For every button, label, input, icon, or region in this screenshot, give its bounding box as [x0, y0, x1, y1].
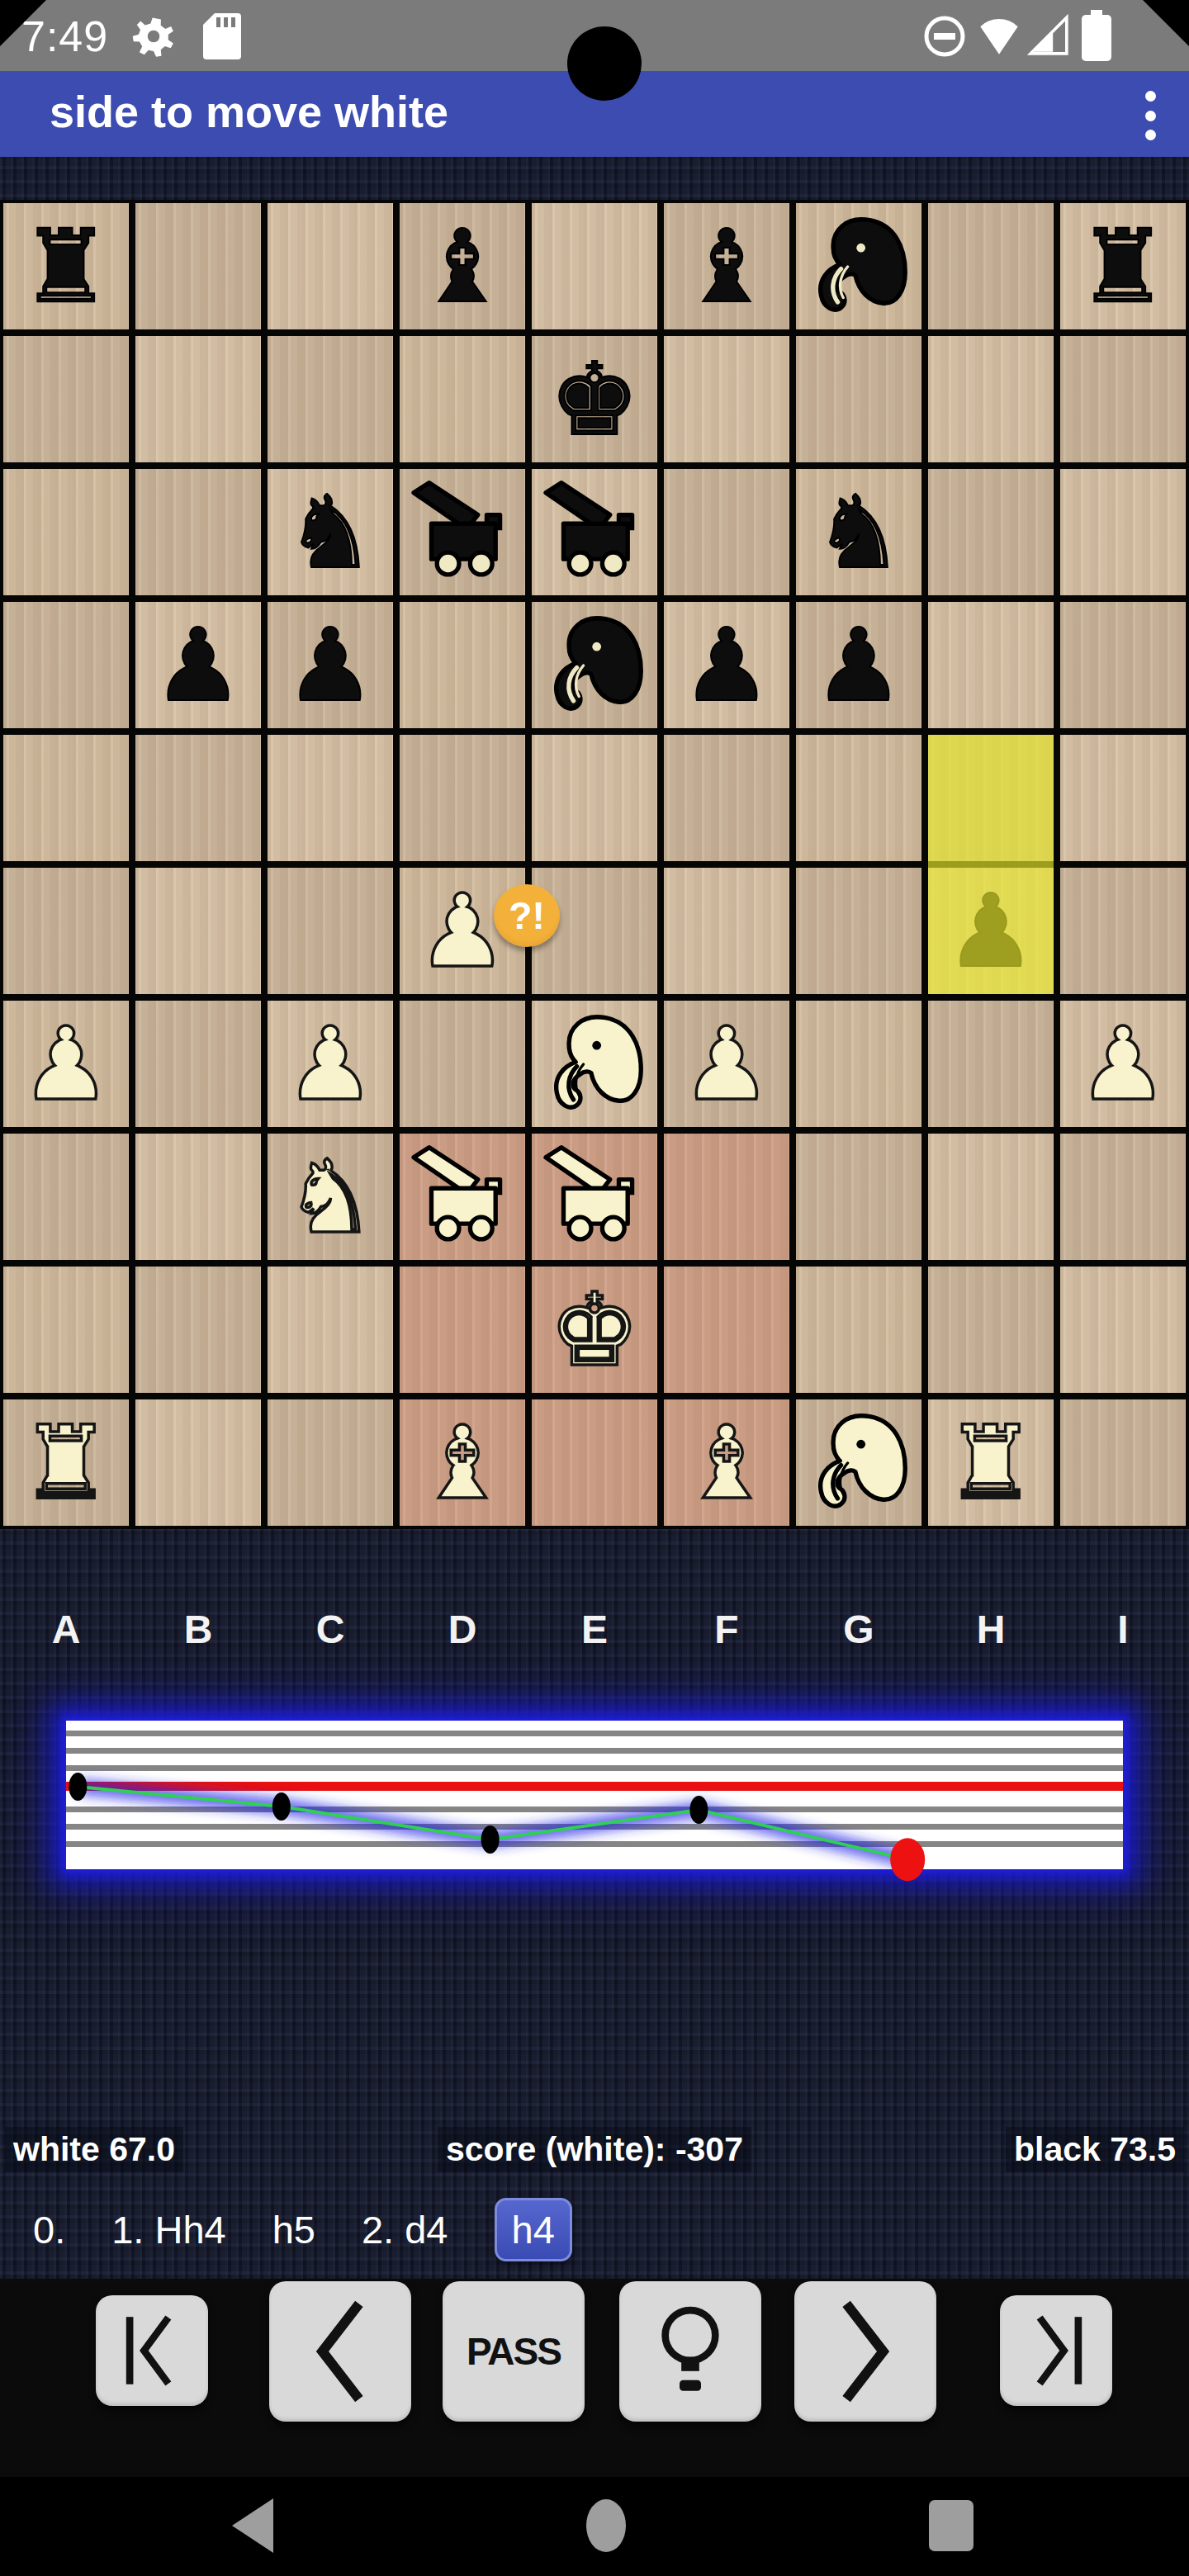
square-h6[interactable]: ♟: [928, 868, 1054, 994]
game-board[interactable]: ♜♝♝ ♜♚♞ ♞♟♟ ♟♟♟♟♟♟ ♟♟♞ ♚♜♝♝ ♜?!: [0, 200, 1189, 1529]
hint-button[interactable]: [619, 2281, 761, 2422]
black-knight[interactable]: ♞: [268, 469, 393, 595]
kebab-menu-icon[interactable]: [1144, 91, 1156, 140]
square-e4[interactable]: [532, 602, 657, 728]
white-pawn[interactable]: ♟: [268, 1001, 393, 1127]
black-advisor[interactable]: ♝: [664, 203, 789, 329]
move-token[interactable]: 0.: [33, 2207, 65, 2252]
square-i5[interactable]: [1060, 735, 1186, 861]
square-b8[interactable]: [135, 1134, 261, 1260]
square-e7[interactable]: [532, 1001, 657, 1127]
white-cannon[interactable]: [400, 1134, 525, 1260]
square-g10[interactable]: [796, 1399, 921, 1526]
square-a6[interactable]: [3, 868, 129, 994]
black-pawn[interactable]: ♟: [664, 602, 789, 728]
square-b3[interactable]: [135, 469, 261, 595]
file-label-d: D: [396, 1607, 528, 1652]
square-a5[interactable]: [3, 735, 129, 861]
square-i1[interactable]: ♜: [1060, 203, 1186, 329]
square-g2[interactable]: [796, 336, 921, 462]
do-not-disturb-icon: [923, 15, 966, 61]
square-f3[interactable]: [664, 469, 789, 595]
move-list[interactable]: 0.1. Hh4h52. d4h4: [0, 2190, 1189, 2269]
square-i2[interactable]: [1060, 336, 1186, 462]
file-label-b: B: [132, 1607, 264, 1652]
square-b4[interactable]: ♟: [135, 602, 261, 728]
last-button[interactable]: [1000, 2295, 1112, 2406]
square-a7[interactable]: ♟: [3, 1001, 129, 1127]
file-label-f: F: [661, 1607, 793, 1652]
evaluation-line-chart: [66, 1721, 1123, 1869]
black-elephant[interactable]: [532, 602, 657, 728]
pass-button[interactable]: PASS: [443, 2281, 585, 2422]
sd-card-icon: [203, 13, 241, 63]
file-label-g: G: [793, 1607, 925, 1652]
black-rook[interactable]: ♜: [1060, 203, 1186, 329]
square-a8[interactable]: [3, 1134, 129, 1260]
black-elephant[interactable]: [796, 203, 921, 329]
black-rook[interactable]: ♜: [3, 203, 129, 329]
file-label-h: H: [925, 1607, 1057, 1652]
square-b10[interactable]: [135, 1399, 261, 1526]
square-c9[interactable]: [268, 1267, 393, 1393]
square-a9[interactable]: [3, 1267, 129, 1393]
square-d7[interactable]: [400, 1001, 525, 1127]
square-g1[interactable]: [796, 203, 921, 329]
white-knight[interactable]: ♞: [268, 1134, 393, 1260]
square-g8[interactable]: [796, 1134, 921, 1260]
square-d9[interactable]: [400, 1267, 525, 1393]
square-f10[interactable]: ♝: [664, 1399, 789, 1526]
file-labels: ABCDEFGHI: [0, 1607, 1189, 1664]
camera-punch-hole: [567, 26, 642, 101]
white-advisor[interactable]: ♝: [400, 1399, 525, 1526]
move-dot: [272, 1792, 291, 1821]
square-f6[interactable]: [664, 868, 789, 994]
square-e9[interactable]: ♚: [532, 1267, 657, 1393]
square-b7[interactable]: [135, 1001, 261, 1127]
white-elephant[interactable]: [532, 1001, 657, 1127]
square-g4[interactable]: ♟: [796, 602, 921, 728]
square-e8[interactable]: [532, 1134, 657, 1260]
white-pawn[interactable]: ♟: [664, 1001, 789, 1127]
square-g6[interactable]: [796, 868, 921, 994]
square-g5[interactable]: [796, 735, 921, 861]
black-cannon[interactable]: [400, 469, 525, 595]
square-e5[interactable]: [532, 735, 657, 861]
file-label-e: E: [528, 1607, 661, 1652]
gear-icon: [132, 15, 175, 61]
square-d1[interactable]: ♝: [400, 203, 525, 329]
current-move-dot: [890, 1838, 925, 1881]
square-h4[interactable]: [928, 602, 1054, 728]
square-a10[interactable]: ♜: [3, 1399, 129, 1526]
file-label-a: A: [0, 1607, 132, 1652]
square-b6[interactable]: [135, 868, 261, 994]
prev-button[interactable]: [269, 2281, 411, 2422]
move-token[interactable]: 2. d4: [362, 2207, 448, 2252]
black-clock: black 73.5: [1006, 2127, 1184, 2172]
black-pawn[interactable]: ♟: [135, 602, 261, 728]
white-pawn[interactable]: ♟: [3, 1001, 129, 1127]
white-king[interactable]: ♚: [532, 1267, 657, 1393]
square-h1[interactable]: [928, 203, 1054, 329]
move-annotation-badge: ?!: [494, 884, 560, 947]
square-f7[interactable]: ♟: [664, 1001, 789, 1127]
next-button[interactable]: [794, 2281, 936, 2422]
square-c8[interactable]: ♞: [268, 1134, 393, 1260]
white-rook[interactable]: ♜: [3, 1399, 129, 1526]
square-c2[interactable]: [268, 336, 393, 462]
square-f5[interactable]: [664, 735, 789, 861]
home-icon[interactable]: [585, 2498, 627, 2553]
square-f2[interactable]: [664, 336, 789, 462]
back-icon[interactable]: [232, 2498, 275, 2553]
square-c3[interactable]: ♞: [268, 469, 393, 595]
square-h7[interactable]: [928, 1001, 1054, 1127]
white-elephant[interactable]: [796, 1399, 921, 1526]
move-token[interactable]: 1. Hh4: [111, 2207, 225, 2252]
black-king[interactable]: ♚: [532, 336, 657, 462]
square-c7[interactable]: ♟: [268, 1001, 393, 1127]
pass-button-label: PASS: [467, 2329, 561, 2374]
square-h3[interactable]: [928, 469, 1054, 595]
square-a1[interactable]: ♜: [3, 203, 129, 329]
square-b5[interactable]: [135, 735, 261, 861]
square-d8[interactable]: [400, 1134, 525, 1260]
evaluation-graph[interactable]: [48, 1702, 1141, 1887]
square-e1[interactable]: [532, 203, 657, 329]
cell-signal-icon: [1027, 13, 1070, 61]
square-d5[interactable]: [400, 735, 525, 861]
square-e10[interactable]: [532, 1399, 657, 1526]
square-g9[interactable]: [796, 1267, 921, 1393]
black-pawn[interactable]: ♟: [928, 868, 1054, 994]
square-f9[interactable]: [664, 1267, 789, 1393]
android-nav-bar: [0, 2477, 1189, 2576]
black-knight[interactable]: ♞: [796, 469, 921, 595]
battery-icon: [1082, 10, 1111, 64]
control-bar: PASS: [0, 2279, 1189, 2477]
square-d3[interactable]: [400, 469, 525, 595]
square-i3[interactable]: [1060, 469, 1186, 595]
square-f4[interactable]: ♟: [664, 602, 789, 728]
square-h8[interactable]: [928, 1134, 1054, 1260]
square-d4[interactable]: [400, 602, 525, 728]
square-f8[interactable]: [664, 1134, 789, 1260]
page-title: side to move white: [50, 86, 448, 137]
square-i4[interactable]: [1060, 602, 1186, 728]
black-pawn[interactable]: ♟: [796, 602, 921, 728]
square-b9[interactable]: [135, 1267, 261, 1393]
square-d10[interactable]: ♝: [400, 1399, 525, 1526]
white-rook[interactable]: ♜: [928, 1399, 1054, 1526]
square-h10[interactable]: ♜: [928, 1399, 1054, 1526]
move-dot: [69, 1773, 87, 1801]
score-label: score (white): -307: [438, 2127, 751, 2172]
square-c5[interactable]: [268, 735, 393, 861]
white-pawn[interactable]: ♟: [1060, 1001, 1186, 1127]
square-g3[interactable]: ♞: [796, 469, 921, 595]
square-b1[interactable]: [135, 203, 261, 329]
white-cannon[interactable]: [532, 1134, 657, 1260]
black-advisor[interactable]: ♝: [400, 203, 525, 329]
file-label-c: C: [264, 1607, 396, 1652]
square-a2[interactable]: [3, 336, 129, 462]
black-cannon[interactable]: [532, 469, 657, 595]
white-clock: white 67.0: [5, 2127, 183, 2172]
square-i10[interactable]: [1060, 1399, 1186, 1526]
square-f1[interactable]: ♝: [664, 203, 789, 329]
score-row: white 67.0 score (white): -307 black 73.…: [0, 2124, 1189, 2175]
move-token[interactable]: h5: [272, 2207, 315, 2252]
square-i9[interactable]: [1060, 1267, 1186, 1393]
square-e2[interactable]: ♚: [532, 336, 657, 462]
evaluation-graph-panel: [66, 1721, 1123, 1869]
move-dot: [689, 1796, 708, 1824]
square-h9[interactable]: [928, 1267, 1054, 1393]
square-i7[interactable]: ♟: [1060, 1001, 1186, 1127]
square-a4[interactable]: [3, 602, 129, 728]
square-h5[interactable]: [928, 735, 1054, 861]
square-e3[interactable]: [532, 469, 657, 595]
square-a3[interactable]: [3, 469, 129, 595]
square-c6[interactable]: [268, 868, 393, 994]
black-pawn[interactable]: ♟: [268, 602, 393, 728]
file-label-i: I: [1057, 1607, 1189, 1652]
square-h2[interactable]: [928, 336, 1054, 462]
square-c1[interactable]: [268, 203, 393, 329]
square-g7[interactable]: [796, 1001, 921, 1127]
status-clock: 7:49: [21, 12, 108, 61]
square-c4[interactable]: ♟: [268, 602, 393, 728]
first-button[interactable]: [96, 2295, 208, 2406]
square-i8[interactable]: [1060, 1134, 1186, 1260]
square-c10[interactable]: [268, 1399, 393, 1526]
move-token-selected[interactable]: h4: [495, 2198, 572, 2261]
move-dot: [481, 1825, 500, 1854]
wifi-icon: [976, 13, 1022, 61]
recents-icon[interactable]: [929, 2498, 973, 2553]
square-i6[interactable]: [1060, 868, 1186, 994]
square-d2[interactable]: [400, 336, 525, 462]
white-advisor[interactable]: ♝: [664, 1399, 789, 1526]
square-b2[interactable]: [135, 336, 261, 462]
